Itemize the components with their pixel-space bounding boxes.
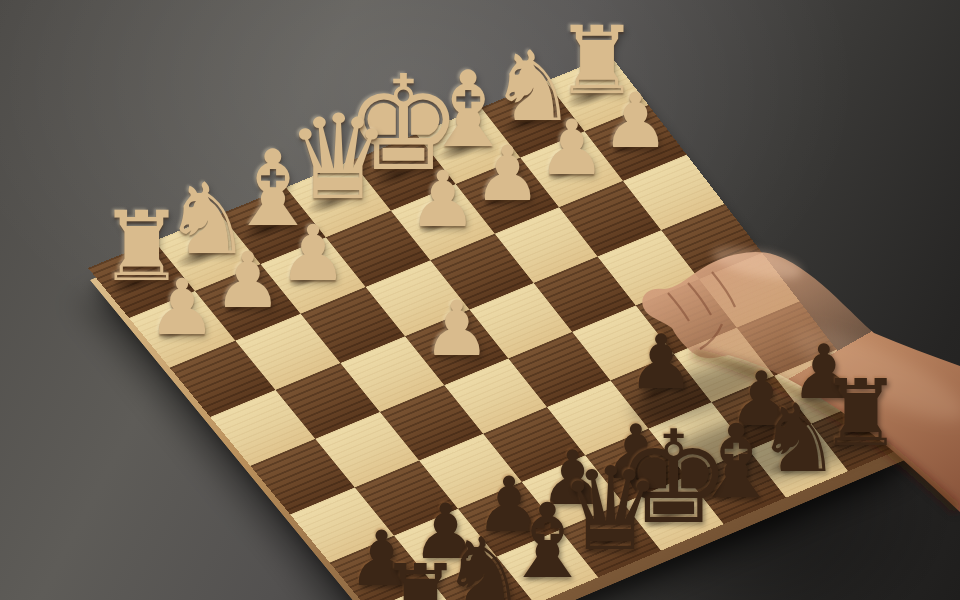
chess-photo-scene: { "game": "chess", "scene": { "descripti… — [0, 0, 960, 600]
